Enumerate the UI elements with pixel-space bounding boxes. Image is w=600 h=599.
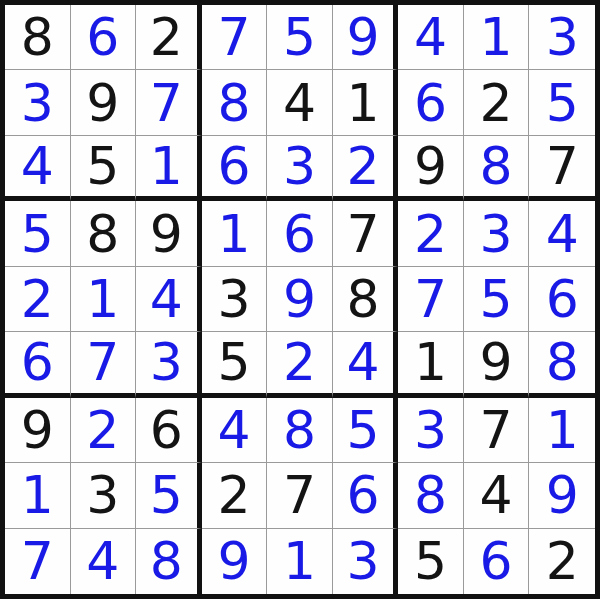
cell-r2c1[interactable]: 3 [5,70,71,135]
cell-r4c7[interactable]: 2 [398,201,464,266]
cell-r1c6[interactable]: 9 [333,5,399,70]
cell-r7c6[interactable]: 5 [333,398,399,463]
sudoku-board: 8627594133978416254516329875891672342143… [0,0,600,599]
cell-r3c4[interactable]: 6 [202,136,268,201]
cell-r9c4[interactable]: 9 [202,529,268,594]
cell-r8c1[interactable]: 1 [5,463,71,528]
cell-r8c3[interactable]: 5 [136,463,202,528]
cell-r1c7[interactable]: 4 [398,5,464,70]
cell-r7c5[interactable]: 8 [267,398,333,463]
cell-r5c5[interactable]: 9 [267,267,333,332]
cell-r3c5[interactable]: 3 [267,136,333,201]
cell-r9c1[interactable]: 7 [5,529,71,594]
cell-r6c7[interactable]: 1 [398,332,464,397]
cell-r9c6[interactable]: 3 [333,529,399,594]
cell-r4c2[interactable]: 8 [71,201,137,266]
cell-r9c3[interactable]: 8 [136,529,202,594]
cell-r7c3[interactable]: 6 [136,398,202,463]
cell-r7c2[interactable]: 2 [71,398,137,463]
cell-r4c9[interactable]: 4 [529,201,595,266]
cell-r4c6[interactable]: 7 [333,201,399,266]
cell-r6c2[interactable]: 7 [71,332,137,397]
cell-r2c8[interactable]: 2 [464,70,530,135]
cell-r5c1[interactable]: 2 [5,267,71,332]
cell-r2c4[interactable]: 8 [202,70,268,135]
cell-r5c9[interactable]: 6 [529,267,595,332]
cell-r9c5[interactable]: 1 [267,529,333,594]
cell-r7c9[interactable]: 1 [529,398,595,463]
cell-r1c1[interactable]: 8 [5,5,71,70]
cell-r8c9[interactable]: 9 [529,463,595,528]
cell-r3c2[interactable]: 5 [71,136,137,201]
cell-r4c4[interactable]: 1 [202,201,268,266]
cell-r5c6[interactable]: 8 [333,267,399,332]
cell-r3c1[interactable]: 4 [5,136,71,201]
cell-r9c9[interactable]: 2 [529,529,595,594]
cell-r3c3[interactable]: 1 [136,136,202,201]
cell-r5c8[interactable]: 5 [464,267,530,332]
cell-r7c8[interactable]: 7 [464,398,530,463]
cell-r4c5[interactable]: 6 [267,201,333,266]
cell-r2c2[interactable]: 9 [71,70,137,135]
cell-r1c4[interactable]: 7 [202,5,268,70]
cell-r7c7[interactable]: 3 [398,398,464,463]
cell-r6c9[interactable]: 8 [529,332,595,397]
cell-r2c3[interactable]: 7 [136,70,202,135]
cell-r5c7[interactable]: 7 [398,267,464,332]
cell-r1c8[interactable]: 1 [464,5,530,70]
cell-r9c8[interactable]: 6 [464,529,530,594]
cell-r5c3[interactable]: 4 [136,267,202,332]
cell-r1c5[interactable]: 5 [267,5,333,70]
cell-r2c9[interactable]: 5 [529,70,595,135]
cell-r9c2[interactable]: 4 [71,529,137,594]
cell-r5c2[interactable]: 1 [71,267,137,332]
cell-r7c4[interactable]: 4 [202,398,268,463]
cell-r2c5[interactable]: 4 [267,70,333,135]
cell-r4c1[interactable]: 5 [5,201,71,266]
cell-r8c2[interactable]: 3 [71,463,137,528]
cell-r7c1[interactable]: 9 [5,398,71,463]
cell-r3c9[interactable]: 7 [529,136,595,201]
cell-r3c7[interactable]: 9 [398,136,464,201]
cell-r8c4[interactable]: 2 [202,463,268,528]
cell-r8c6[interactable]: 6 [333,463,399,528]
cell-r4c8[interactable]: 3 [464,201,530,266]
cell-r6c3[interactable]: 3 [136,332,202,397]
cell-r6c1[interactable]: 6 [5,332,71,397]
cell-r4c3[interactable]: 9 [136,201,202,266]
cell-r3c6[interactable]: 2 [333,136,399,201]
cell-r6c6[interactable]: 4 [333,332,399,397]
cell-r5c4[interactable]: 3 [202,267,268,332]
cell-r2c6[interactable]: 1 [333,70,399,135]
cell-r6c8[interactable]: 9 [464,332,530,397]
cell-r3c8[interactable]: 8 [464,136,530,201]
cell-r1c2[interactable]: 6 [71,5,137,70]
cell-r6c5[interactable]: 2 [267,332,333,397]
cell-r9c7[interactable]: 5 [398,529,464,594]
cell-r6c4[interactable]: 5 [202,332,268,397]
cell-r1c9[interactable]: 3 [529,5,595,70]
cell-r8c8[interactable]: 4 [464,463,530,528]
cell-r2c7[interactable]: 6 [398,70,464,135]
cell-r8c5[interactable]: 7 [267,463,333,528]
cell-r8c7[interactable]: 8 [398,463,464,528]
cell-r1c3[interactable]: 2 [136,5,202,70]
